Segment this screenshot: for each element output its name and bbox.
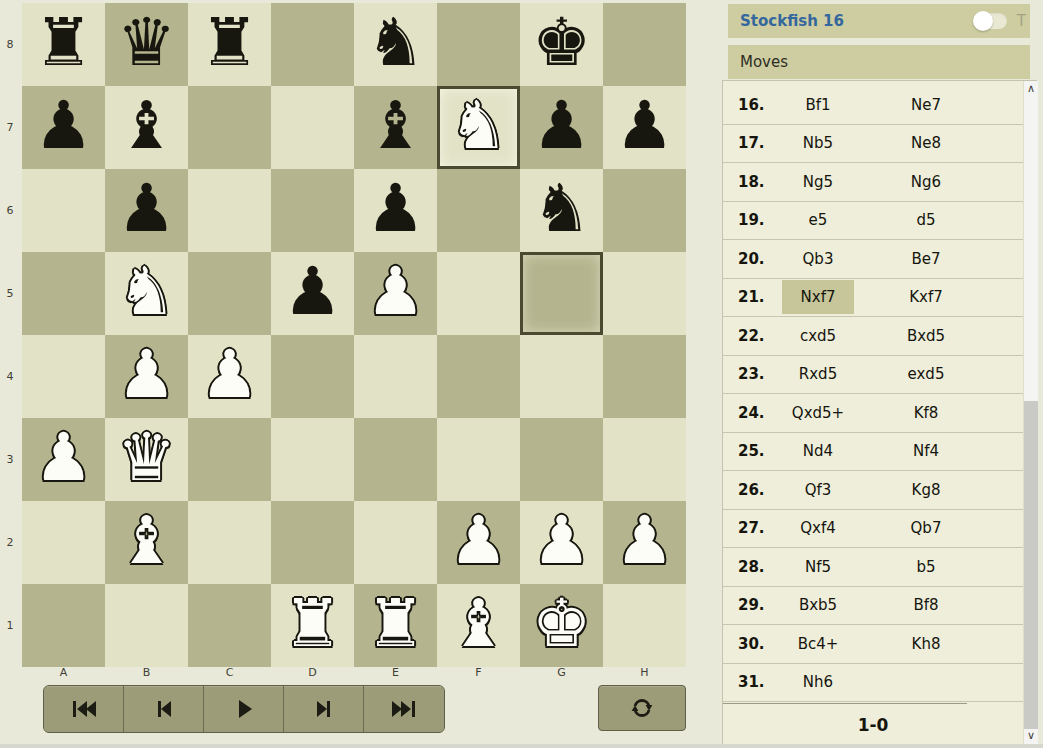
square-g4[interactable] xyxy=(520,335,603,418)
chess-app-window: 87654321 ♜♛♜♞♚♟♝♝♞♟♟♟♟♞♞♟♟♟♟♟♛♝♟♟♟♜♜♝♚ A… xyxy=(0,0,1043,748)
black-move[interactable]: Qb7 xyxy=(890,511,962,545)
moves-header: Moves xyxy=(728,45,1030,79)
square-g6[interactable]: ♞ xyxy=(520,169,603,252)
square-a8[interactable]: ♜ xyxy=(22,3,105,86)
white-move[interactable]: Nb5 xyxy=(782,126,854,160)
piece-black-rook[interactable]: ♜ xyxy=(188,3,271,86)
move-number: 23. xyxy=(738,365,778,383)
square-e2[interactable] xyxy=(354,501,437,584)
square-b1[interactable] xyxy=(105,584,188,667)
square-c6[interactable] xyxy=(188,169,271,252)
black-move[interactable]: exd5 xyxy=(890,357,962,391)
piece-black-bishop[interactable]: ♝ xyxy=(105,86,188,169)
piece-black-knight[interactable]: ♞ xyxy=(354,3,437,86)
square-b8[interactable]: ♛ xyxy=(105,3,188,86)
white-move[interactable]: Bc4+ xyxy=(782,627,854,661)
file-label-A: A xyxy=(22,666,105,679)
square-h6[interactable] xyxy=(603,169,686,252)
square-d6[interactable] xyxy=(271,169,354,252)
black-move[interactable]: Ne8 xyxy=(890,126,962,160)
piece-white-pawn[interactable]: ♟ xyxy=(188,335,271,418)
scrollbar-thumb[interactable] xyxy=(1024,401,1038,729)
piece-white-bishop[interactable]: ♝ xyxy=(105,501,188,584)
piece-white-pawn[interactable]: ♟ xyxy=(105,335,188,418)
scroll-up-arrow[interactable]: ∧ xyxy=(1024,81,1038,98)
step-back-icon xyxy=(149,698,179,720)
square-a7[interactable]: ♟ xyxy=(22,86,105,169)
square-c7[interactable] xyxy=(188,86,271,169)
skip-to-start-button[interactable] xyxy=(44,686,124,732)
white-move[interactable]: Qxd5+ xyxy=(782,396,854,430)
skip-to-start-icon xyxy=(69,698,99,720)
rank-label-3: 3 xyxy=(0,418,20,501)
square-b7[interactable]: ♝ xyxy=(105,86,188,169)
move-row-22: 22.cxd5Bxd5 xyxy=(723,317,1023,356)
square-a1[interactable] xyxy=(22,584,105,667)
square-d7[interactable] xyxy=(271,86,354,169)
footer-strip xyxy=(0,744,1043,748)
white-move[interactable]: Bxb5 xyxy=(782,588,854,622)
square-a6[interactable] xyxy=(22,169,105,252)
square-f6[interactable] xyxy=(437,169,520,252)
file-label-F: F xyxy=(437,666,520,679)
move-number: 20. xyxy=(738,250,778,268)
white-move[interactable]: Qb3 xyxy=(782,242,854,276)
white-move[interactable]: Nf5 xyxy=(782,550,854,584)
black-move[interactable]: Kf8 xyxy=(890,396,962,430)
file-labels: ABCDEFGH xyxy=(22,666,686,682)
white-move[interactable]: Nxf7 xyxy=(782,280,854,314)
rank-label-5: 5 xyxy=(0,252,20,335)
move-number: 27. xyxy=(738,519,778,537)
move-rows: 16.Bf1Ne717.Nb5Ne818.Ng5Ng619.e5d520.Qb3… xyxy=(723,86,1023,702)
step-forward-button[interactable] xyxy=(284,686,364,732)
white-move[interactable]: e5 xyxy=(782,203,854,237)
square-h8[interactable] xyxy=(603,3,686,86)
square-g3[interactable] xyxy=(520,418,603,501)
square-d2[interactable] xyxy=(271,501,354,584)
piece-white-queen[interactable]: ♛ xyxy=(105,418,188,501)
toggle-letter: T xyxy=(1017,4,1026,38)
square-h5[interactable] xyxy=(603,252,686,335)
square-d1[interactable]: ♜ xyxy=(271,584,354,667)
black-move[interactable] xyxy=(890,665,962,699)
skip-to-end-icon xyxy=(389,698,419,720)
move-row-27: 27.Qxf4Qb7 xyxy=(723,510,1023,549)
file-label-B: B xyxy=(105,666,188,679)
square-c8[interactable]: ♜ xyxy=(188,3,271,86)
flip-board-button[interactable] xyxy=(598,685,686,731)
step-back-button[interactable] xyxy=(124,686,204,732)
piece-black-pawn[interactable]: ♟ xyxy=(271,252,354,335)
moves-header-label: Moves xyxy=(728,53,788,71)
piece-black-pawn[interactable]: ♟ xyxy=(354,169,437,252)
piece-black-pawn[interactable]: ♟ xyxy=(105,169,188,252)
move-row-24: 24.Qxd5+Kf8 xyxy=(723,394,1023,433)
move-row-21: 21.Nxf7Kxf7 xyxy=(723,279,1023,318)
move-row-28: 28.Nf5b5 xyxy=(723,548,1023,587)
piece-white-pawn[interactable]: ♟ xyxy=(520,501,603,584)
move-row-30: 30.Bc4+Kh8 xyxy=(723,625,1023,664)
square-h7[interactable]: ♟ xyxy=(603,86,686,169)
move-number: 18. xyxy=(738,173,778,191)
move-number: 19. xyxy=(738,211,778,229)
file-label-D: D xyxy=(271,666,354,679)
square-h1[interactable] xyxy=(603,584,686,667)
white-move[interactable]: Nh6 xyxy=(782,665,854,699)
move-row-17: 17.Nb5Ne8 xyxy=(723,125,1023,164)
square-c2[interactable] xyxy=(188,501,271,584)
piece-black-king[interactable]: ♚ xyxy=(520,3,603,86)
square-g2[interactable]: ♟ xyxy=(520,501,603,584)
square-e1[interactable]: ♜ xyxy=(354,584,437,667)
square-b5[interactable]: ♞ xyxy=(105,252,188,335)
piece-white-pawn[interactable]: ♟ xyxy=(437,501,520,584)
piece-white-bishop[interactable]: ♝ xyxy=(437,584,520,667)
white-move[interactable]: Qxf4 xyxy=(782,511,854,545)
piece-white-pawn[interactable]: ♟ xyxy=(603,501,686,584)
white-move[interactable]: Bf1 xyxy=(782,88,854,122)
square-d5[interactable]: ♟ xyxy=(271,252,354,335)
piece-white-pawn[interactable]: ♟ xyxy=(354,252,437,335)
result-separator xyxy=(723,703,967,704)
rank-labels: 87654321 xyxy=(0,3,22,667)
square-e8[interactable]: ♞ xyxy=(354,3,437,86)
game-result: 1-0 xyxy=(723,705,1023,745)
black-move[interactable]: Bxd5 xyxy=(890,319,962,353)
move-row-26: 26.Qf3Kg8 xyxy=(723,471,1023,510)
rank-label-2: 2 xyxy=(0,501,20,584)
black-move[interactable]: Bf8 xyxy=(890,588,962,622)
white-move[interactable]: cxd5 xyxy=(782,319,854,353)
square-f2[interactable]: ♟ xyxy=(437,501,520,584)
move-number: 24. xyxy=(738,404,778,422)
move-row-18: 18.Ng5Ng6 xyxy=(723,163,1023,202)
file-label-E: E xyxy=(354,666,437,679)
square-e5[interactable]: ♟ xyxy=(354,252,437,335)
move-row-29: 29.Bxb5Bf8 xyxy=(723,587,1023,626)
square-f1[interactable]: ♝ xyxy=(437,584,520,667)
black-move[interactable]: Kg8 xyxy=(890,473,962,507)
square-a5[interactable] xyxy=(22,252,105,335)
black-move[interactable]: Ng6 xyxy=(890,165,962,199)
square-d8[interactable] xyxy=(271,3,354,86)
piece-white-knight[interactable]: ♞ xyxy=(437,86,520,169)
square-b3[interactable]: ♛ xyxy=(105,418,188,501)
scroll-down-arrow[interactable]: ∨ xyxy=(1024,728,1038,745)
moves-scrollbar[interactable]: ∧ ∨ xyxy=(1023,81,1038,745)
white-move[interactable]: Qf3 xyxy=(782,473,854,507)
move-number: 26. xyxy=(738,481,778,499)
piece-white-king[interactable]: ♚ xyxy=(520,584,603,667)
playback-controls xyxy=(0,685,700,733)
square-h2[interactable]: ♟ xyxy=(603,501,686,584)
black-move[interactable]: Kxf7 xyxy=(890,280,962,314)
square-f4[interactable] xyxy=(437,335,520,418)
square-h4[interactable] xyxy=(603,335,686,418)
white-move[interactable]: Ng5 xyxy=(782,165,854,199)
square-b6[interactable]: ♟ xyxy=(105,169,188,252)
square-a3[interactable]: ♟ xyxy=(22,418,105,501)
move-number: 22. xyxy=(738,327,778,345)
black-move[interactable]: Kh8 xyxy=(890,627,962,661)
piece-white-knight[interactable]: ♞ xyxy=(105,252,188,335)
white-move[interactable]: Nd4 xyxy=(782,434,854,468)
piece-white-rook[interactable]: ♜ xyxy=(271,584,354,667)
move-row-16: 16.Bf1Ne7 xyxy=(723,86,1023,125)
move-number: 30. xyxy=(738,635,778,653)
square-e4[interactable] xyxy=(354,335,437,418)
chess-board: ♜♛♜♞♚♟♝♝♞♟♟♟♟♞♞♟♟♟♟♟♛♝♟♟♟♜♜♝♚ xyxy=(22,3,686,667)
piece-black-pawn[interactable]: ♟ xyxy=(603,86,686,169)
square-b2[interactable]: ♝ xyxy=(105,501,188,584)
piece-black-bishop[interactable]: ♝ xyxy=(354,86,437,169)
square-g7[interactable]: ♟ xyxy=(520,86,603,169)
square-a2[interactable] xyxy=(22,501,105,584)
rank-label-8: 8 xyxy=(0,3,20,86)
move-row-23: 23.Rxd5exd5 xyxy=(723,356,1023,395)
rank-label-7: 7 xyxy=(0,86,20,169)
move-row-31: 31.Nh6 xyxy=(723,664,1023,703)
move-number: 16. xyxy=(738,96,778,114)
play-button[interactable] xyxy=(204,686,284,732)
move-number: 28. xyxy=(738,558,778,576)
play-icon xyxy=(229,698,259,720)
square-g5[interactable] xyxy=(520,252,603,335)
move-number: 25. xyxy=(738,442,778,460)
piece-black-knight[interactable]: ♞ xyxy=(520,169,603,252)
engine-name: Stockfish 16 xyxy=(740,4,844,38)
square-f8[interactable] xyxy=(437,3,520,86)
move-number: 31. xyxy=(738,673,778,691)
square-d3[interactable] xyxy=(271,418,354,501)
piece-white-rook[interactable]: ♜ xyxy=(354,584,437,667)
move-number: 29. xyxy=(738,596,778,614)
file-label-G: G xyxy=(520,666,603,679)
black-move[interactable]: Be7 xyxy=(890,242,962,276)
square-b4[interactable]: ♟ xyxy=(105,335,188,418)
square-a4[interactable] xyxy=(22,335,105,418)
move-row-25: 25.Nd4Nf4 xyxy=(723,433,1023,472)
black-move[interactable]: Ne7 xyxy=(890,88,962,122)
square-c5[interactable] xyxy=(188,252,271,335)
toggle-knob xyxy=(973,11,993,31)
piece-black-queen[interactable]: ♛ xyxy=(105,3,188,86)
rank-label-1: 1 xyxy=(0,584,20,667)
move-number: 21. xyxy=(738,288,778,306)
engine-header: Stockfish 16 T xyxy=(728,4,1030,38)
square-g1[interactable]: ♚ xyxy=(520,584,603,667)
rank-label-6: 6 xyxy=(0,169,20,252)
square-e7[interactable]: ♝ xyxy=(354,86,437,169)
skip-to-end-button[interactable] xyxy=(364,686,444,732)
piece-black-pawn[interactable]: ♟ xyxy=(520,86,603,169)
piece-black-pawn[interactable]: ♟ xyxy=(22,86,105,169)
move-number: 17. xyxy=(738,134,778,152)
move-row-19: 19.e5d5 xyxy=(723,202,1023,241)
black-move[interactable]: d5 xyxy=(890,203,962,237)
engine-toggle[interactable] xyxy=(975,13,1007,29)
file-label-H: H xyxy=(603,666,686,679)
file-label-C: C xyxy=(188,666,271,679)
square-g8[interactable]: ♚ xyxy=(520,3,603,86)
square-h3[interactable] xyxy=(603,418,686,501)
flip-board-icon xyxy=(630,696,654,720)
piece-black-rook[interactable]: ♜ xyxy=(22,3,105,86)
square-c3[interactable] xyxy=(188,418,271,501)
square-c4[interactable]: ♟ xyxy=(188,335,271,418)
moves-list: 16.Bf1Ne717.Nb5Ne818.Ng5Ng619.e5d520.Qb3… xyxy=(722,80,1037,744)
rank-label-4: 4 xyxy=(0,335,20,418)
black-move[interactable]: b5 xyxy=(890,550,962,584)
square-e3[interactable] xyxy=(354,418,437,501)
piece-white-pawn[interactable]: ♟ xyxy=(22,418,105,501)
square-d4[interactable] xyxy=(271,335,354,418)
square-e6[interactable]: ♟ xyxy=(354,169,437,252)
white-move[interactable]: Rxd5 xyxy=(782,357,854,391)
media-button-group xyxy=(43,685,445,733)
square-f7[interactable]: ♞ xyxy=(437,86,520,169)
black-move[interactable]: Nf4 xyxy=(890,434,962,468)
square-f3[interactable] xyxy=(437,418,520,501)
square-f5[interactable] xyxy=(437,252,520,335)
step-forward-icon xyxy=(309,698,339,720)
move-row-20: 20.Qb3Be7 xyxy=(723,240,1023,279)
square-c1[interactable] xyxy=(188,584,271,667)
